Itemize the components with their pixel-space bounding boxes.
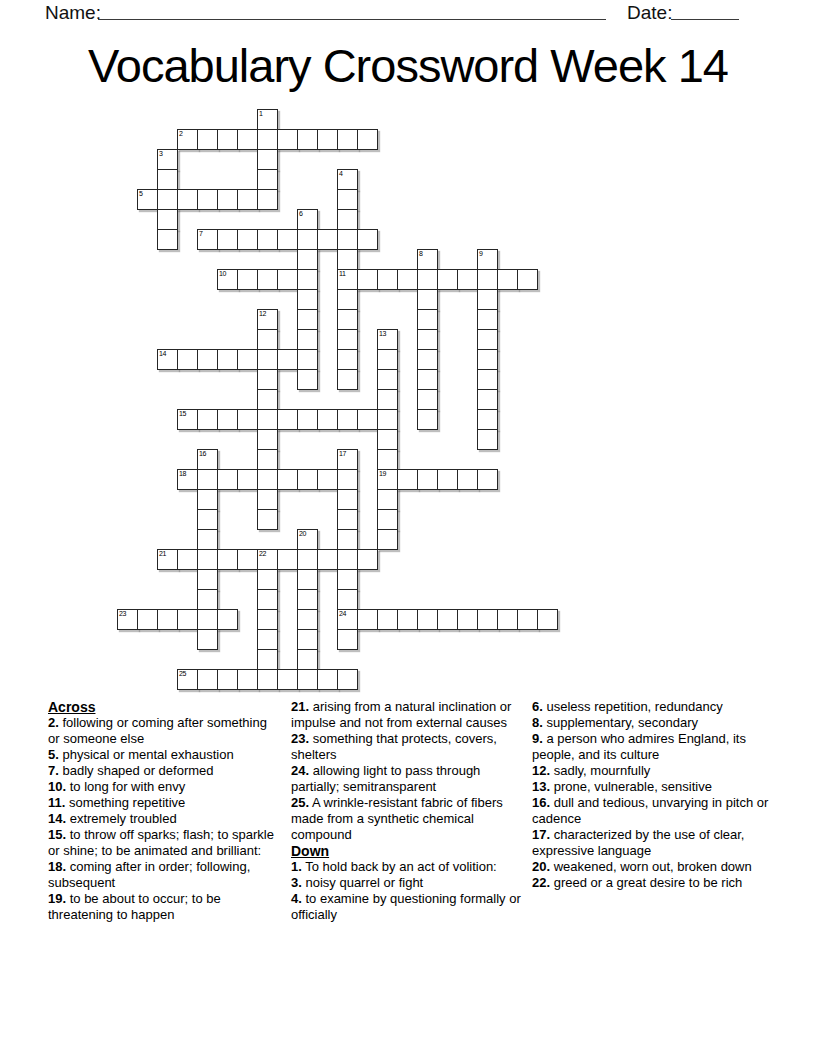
cell-r6-c10[interactable] [317,229,338,250]
clue-down-8-text: supplementary, secondary [543,715,698,730]
cell-r15-c6[interactable] [237,409,258,430]
cell-r13-c11[interactable] [337,369,358,390]
cell-r1-c9[interactable] [297,129,318,150]
cell-r26-c9[interactable] [297,629,318,650]
clue-across-11-text: something repetitive [65,795,185,810]
clue-down-3-text: noisy quarrel or fight [302,875,423,890]
cell-r18-c5[interactable] [217,469,238,490]
cell-r14-c18[interactable] [477,389,498,410]
cell-r7-c15[interactable]: 8 [417,249,438,270]
cell-r27-c9[interactable] [297,649,318,670]
cell-r28-c3[interactable]: 25 [177,669,198,690]
cell-r22-c9[interactable] [297,549,318,570]
cell-r6-c8[interactable] [277,229,298,250]
cell-r18-c7[interactable] [257,469,278,490]
cell-r25-c0[interactable]: 23 [117,609,138,630]
cell-r25-c4[interactable] [197,609,218,630]
clue-down-20: 20. weakened, worn out, broken down [532,859,772,875]
cell-r1-c11[interactable] [337,129,358,150]
clue-number-19: 19 [379,469,386,478]
clue-down-22-text: greed or a great desire to be rich [550,875,742,890]
clue-across-25-text: A wrinkle-resistant fabric of fibers mad… [291,795,503,842]
cell-r8-c13[interactable] [377,269,398,290]
cell-r20-c11[interactable] [337,509,358,530]
cell-r8-c17[interactable] [457,269,478,290]
cell-r14-c7[interactable] [257,389,278,410]
clue-across-7-number: 7. [48,763,59,778]
clue-down-4-number: 4. [291,891,302,906]
cell-r11-c11[interactable] [337,329,358,350]
clue-across-21-text: arising from a natural inclination or im… [291,699,511,730]
cell-r18-c9[interactable] [297,469,318,490]
clue-across-21-number: 21. [291,699,309,714]
cell-r23-c9[interactable] [297,569,318,590]
cell-r6-c6[interactable] [237,229,258,250]
cell-r25-c15[interactable] [417,609,438,630]
clue-number-7: 7 [199,229,203,238]
clue-across-18: 18. coming after in order; following, su… [48,859,278,891]
cell-r18-c4[interactable] [197,469,218,490]
clue-number-13: 13 [379,329,386,338]
clue-across-14: 14. extremely troubled [48,811,278,827]
cell-r9-c15[interactable] [417,289,438,310]
cell-r1-c12[interactable] [357,129,378,150]
cell-r18-c16[interactable] [437,469,458,490]
clue-number-20: 20 [299,529,306,538]
cell-r19-c13[interactable] [377,489,398,510]
cell-r8-c15[interactable] [417,269,438,290]
cell-r25-c1[interactable] [137,609,158,630]
cell-r17-c11[interactable]: 17 [337,449,358,470]
cell-r6-c5[interactable] [217,229,238,250]
cell-r0-c7[interactable]: 1 [257,109,278,130]
clue-across-11: 11. something repetitive [48,795,278,811]
cell-r3-c7[interactable] [257,169,278,190]
page-title: Vocabulary Crossword Week 14 [0,38,816,93]
cell-r21-c11[interactable] [337,529,358,550]
cell-r24-c7[interactable] [257,589,278,610]
clue-down-17-number: 17. [532,827,550,842]
cell-r7-c11[interactable] [337,249,358,270]
cell-r13-c9[interactable] [297,369,318,390]
cell-r9-c18[interactable] [477,289,498,310]
date-label: Date: [627,2,672,24]
cell-r16-c13[interactable] [377,429,398,450]
cell-r25-c11[interactable]: 24 [337,609,358,630]
cell-r28-c11[interactable] [337,669,358,690]
clue-across-24-number: 24. [291,763,309,778]
cell-r25-c19[interactable] [497,609,518,630]
cell-r22-c11[interactable] [337,549,358,570]
clue-across-19: 19. to be about to occur; to be threaten… [48,891,278,923]
cell-r1-c3[interactable]: 2 [177,129,198,150]
clue-number-5: 5 [139,189,143,198]
cell-r21-c13[interactable] [377,529,398,550]
clue-down-13: 13. prone, vulnerable, sensitive [532,779,772,795]
cell-r17-c13[interactable] [377,449,398,470]
cell-r12-c3[interactable] [177,349,198,370]
cell-r10-c15[interactable] [417,309,438,330]
cell-r15-c9[interactable] [297,409,318,430]
clue-across-14-number: 14. [48,811,66,826]
cell-r22-c5[interactable] [217,549,238,570]
cell-r8-c20[interactable] [517,269,538,290]
clue-down-13-text: prone, vulnerable, sensitive [550,779,712,794]
cell-r15-c18[interactable] [477,409,498,430]
clue-down-6-number: 6. [532,699,543,714]
cell-r4-c11[interactable] [337,189,358,210]
clue-down-12-text: sadly, mournfully [550,763,650,778]
cell-r11-c15[interactable] [417,329,438,350]
cell-r6-c7[interactable] [257,229,278,250]
clue-number-23: 23 [119,609,126,618]
cell-r15-c8[interactable] [277,409,298,430]
cell-r28-c5[interactable] [217,669,238,690]
clue-number-8: 8 [419,249,423,258]
cell-r19-c4[interactable] [197,489,218,510]
cell-r3-c2[interactable] [157,169,178,190]
cell-r9-c11[interactable] [337,289,358,310]
cell-r15-c5[interactable] [217,409,238,430]
clue-across-19-text: to be about to occur; to be threatening … [48,891,221,922]
clue-across-15-text: to throw off sparks; flash; to sparkle o… [48,827,274,858]
cell-r18-c11[interactable] [337,469,358,490]
cell-r18-c18[interactable] [477,469,498,490]
cell-r11-c18[interactable] [477,329,498,350]
cell-r6-c2[interactable] [157,229,178,250]
cell-r12-c15[interactable] [417,349,438,370]
cell-r23-c7[interactable] [257,569,278,590]
cell-r15-c15[interactable] [417,409,438,430]
cell-r13-c18[interactable] [477,369,498,390]
clue-down-6: 6. useless repetition, redundancy [532,699,772,715]
clue-down-13-number: 13. [532,779,550,794]
clue-across-2-text: following or coming after something or s… [48,715,267,746]
clue-number-3: 3 [159,149,163,158]
clue-down-1-text: To hold back by an act of volition: [302,859,497,874]
clue-across-15: 15. to throw off sparks; flash; to spark… [48,827,278,859]
clue-across-21: 21. arising from a natural inclination o… [291,699,527,731]
cell-r11-c13[interactable]: 13 [377,329,398,350]
cell-r1-c7[interactable] [257,129,278,150]
cell-r10-c9[interactable] [297,309,318,330]
clue-down-12-number: 12. [532,763,550,778]
cell-r25-c16[interactable] [437,609,458,630]
cell-r10-c18[interactable] [477,309,498,330]
cell-r25-c9[interactable] [297,609,318,630]
clue-down-9-text: a person who admires England, its people… [532,731,746,762]
clue-across-7-text: badly shaped or deformed [59,763,214,778]
cell-r26-c7[interactable] [257,629,278,650]
cell-r12-c7[interactable] [257,349,278,370]
cell-r20-c13[interactable] [377,509,398,530]
cell-r24-c11[interactable] [337,589,358,610]
cell-r7-c18[interactable]: 9 [477,249,498,270]
clue-down-4: 4. to examine by questioning formally or… [291,891,527,923]
cell-r4-c5[interactable] [217,189,238,210]
cell-r12-c11[interactable] [337,349,358,370]
cell-r8-c12[interactable] [357,269,378,290]
cell-r12-c6[interactable] [237,349,258,370]
cell-r18-c15[interactable] [417,469,438,490]
clue-across-24-text: allowing light to pass through partially… [291,763,480,794]
clue-across-10-number: 10. [48,779,66,794]
clue-across-5: 5. physical or mental exhaustion [48,747,278,763]
cell-r13-c13[interactable] [377,369,398,390]
clue-across-25-number: 25. [291,795,309,810]
cell-r15-c4[interactable] [197,409,218,430]
clue-down-17: 17. characterized by the use of clear, e… [532,827,772,859]
cell-r10-c11[interactable] [337,309,358,330]
cell-r5-c11[interactable] [337,209,358,230]
clue-down-1-number: 1. [291,859,302,874]
cell-r18-c3[interactable]: 18 [177,469,198,490]
cell-r25-c14[interactable] [397,609,418,630]
clue-across-23-text: something that protects, covers, shelter… [291,731,497,762]
cell-r12-c18[interactable] [477,349,498,370]
cell-r19-c7[interactable] [257,489,278,510]
clue-down-1: 1. To hold back by an act of volition: [291,859,527,875]
cell-r14-c13[interactable] [377,389,398,410]
clue-number-21: 21 [159,549,166,558]
cell-r4-c4[interactable] [197,189,218,210]
cell-r8-c14[interactable] [397,269,418,290]
cell-r28-c9[interactable] [297,669,318,690]
cell-r11-c7[interactable] [257,329,278,350]
clue-down-8: 8. supplementary, secondary [532,715,772,731]
cell-r6-c12[interactable] [357,229,378,250]
clue-number-11: 11 [339,269,346,278]
cell-r11-c9[interactable] [297,329,318,350]
cell-r25-c2[interactable] [157,609,178,630]
cell-r2-c7[interactable] [257,149,278,170]
cell-r22-c3[interactable] [177,549,198,570]
cell-r22-c4[interactable] [197,549,218,570]
cell-r19-c11[interactable] [337,489,358,510]
down-header: Down [291,843,527,859]
clue-number-18: 18 [179,469,186,478]
clue-number-2: 2 [179,129,183,138]
cell-r22-c2[interactable]: 21 [157,549,178,570]
cell-r14-c15[interactable] [417,389,438,410]
cell-r1-c10[interactable] [317,129,338,150]
clue-number-15: 15 [179,409,186,418]
clue-column-1: Across2. following or coming after somet… [48,699,278,923]
cell-r18-c14[interactable] [397,469,418,490]
cell-r25-c13[interactable] [377,609,398,630]
cell-r28-c6[interactable] [237,669,258,690]
clue-down-16-number: 16. [532,795,550,810]
cell-r8-c11[interactable]: 11 [337,269,358,290]
clue-down-8-number: 8. [532,715,543,730]
clue-across-23-number: 23. [291,731,309,746]
clue-number-14: 14 [159,349,166,358]
cell-r22-c8[interactable] [277,549,298,570]
cell-r17-c4[interactable]: 16 [197,449,218,470]
clue-down-3: 3. noisy quarrel or fight [291,875,527,891]
cell-r12-c8[interactable] [277,349,298,370]
clue-down-16: 16. dull and tedious, unvarying in pitch… [532,795,772,827]
clue-across-5-text: physical or mental exhaustion [59,747,234,762]
cell-r15-c13[interactable] [377,409,398,430]
cell-r3-c11[interactable]: 4 [337,169,358,190]
clue-down-9-number: 9. [532,731,543,746]
clue-number-16: 16 [199,449,206,458]
cell-r8-c5[interactable]: 10 [217,269,238,290]
clue-down-20-number: 20. [532,859,550,874]
clue-number-9: 9 [479,249,483,258]
clue-across-7: 7. badly shaped or deformed [48,763,278,779]
cell-r25-c7[interactable] [257,609,278,630]
clue-across-24: 24. allowing light to pass through parti… [291,763,527,795]
cell-r5-c9[interactable]: 6 [297,209,318,230]
cell-r4-c3[interactable] [177,189,198,210]
cell-r7-c9[interactable] [297,249,318,270]
clue-number-10: 10 [219,269,226,278]
cell-r24-c4[interactable] [197,589,218,610]
clue-across-11-number: 11. [48,795,65,810]
clue-number-22: 22 [259,549,266,558]
cell-r6-c4[interactable]: 7 [197,229,218,250]
cell-r15-c10[interactable] [317,409,338,430]
clue-number-1: 1 [259,109,263,118]
clue-number-12: 12 [259,309,266,318]
cell-r24-c9[interactable] [297,589,318,610]
cell-r26-c4[interactable] [197,629,218,650]
cell-r18-c8[interactable] [277,469,298,490]
worksheet-page: Name: Date: Vocabulary Crossword Week 14… [0,0,816,1056]
cell-r16-c18[interactable] [477,429,498,450]
cell-r20-c4[interactable] [197,509,218,530]
cell-r28-c8[interactable] [277,669,298,690]
cell-r4-c2[interactable] [157,189,178,210]
clue-across-2-number: 2. [48,715,59,730]
cell-r15-c3[interactable]: 15 [177,409,198,430]
cell-r27-c7[interactable] [257,649,278,670]
cell-r8-c6[interactable] [237,269,258,290]
date-blank-line[interactable] [671,2,739,20]
cell-r8-c19[interactable] [497,269,518,290]
clue-number-6: 6 [299,209,303,218]
cell-r12-c13[interactable] [377,349,398,370]
cell-r25-c18[interactable] [477,609,498,630]
cell-r22-c12[interactable] [357,549,378,570]
clue-down-3-number: 3. [291,875,302,890]
clue-across-18-text: coming after in order; following, subseq… [48,859,250,890]
cell-r8-c9[interactable] [297,269,318,290]
clue-across-10: 10. to long for with envy [48,779,278,795]
cell-r16-c7[interactable] [257,429,278,450]
cell-r6-c11[interactable] [337,229,358,250]
clue-down-22: 22. greed or a great desire to be rich [532,875,772,891]
cell-r21-c9[interactable]: 20 [297,529,318,550]
clue-across-25: 25. A wrinkle-resistant fabric of fibers… [291,795,527,843]
clue-across-18-number: 18. [48,859,66,874]
clue-column-2: 21. arising from a natural inclination o… [291,699,527,923]
cell-r22-c7[interactable]: 22 [257,549,278,570]
clue-down-20-text: weakened, worn out, broken down [550,859,752,874]
cell-r25-c3[interactable] [177,609,198,630]
cell-r13-c15[interactable] [417,369,438,390]
cell-r22-c10[interactable] [317,549,338,570]
cell-r28-c4[interactable] [197,669,218,690]
cell-r4-c7[interactable] [257,189,278,210]
cell-r28-c10[interactable] [317,669,338,690]
cell-r15-c11[interactable] [337,409,358,430]
cell-r8-c16[interactable] [437,269,458,290]
clue-number-17: 17 [339,449,346,458]
clue-across-19-number: 19. [48,891,66,906]
cell-r25-c21[interactable] [537,609,558,630]
cell-r2-c2[interactable]: 3 [157,149,178,170]
clue-number-4: 4 [339,169,343,178]
cell-r22-c6[interactable] [237,549,258,570]
cell-r21-c4[interactable] [197,529,218,550]
clue-across-23: 23. something that protects, covers, she… [291,731,527,763]
cell-r25-c12[interactable] [357,609,378,630]
name-blank-line[interactable] [98,2,606,20]
cell-r23-c11[interactable] [337,569,358,590]
clue-down-22-number: 22. [532,875,550,890]
clue-down-16-text: dull and tedious, unvarying in pitch or … [532,795,768,826]
cell-r1-c8[interactable] [277,129,298,150]
cell-r10-c7[interactable]: 12 [257,309,278,330]
cell-r9-c9[interactable] [297,289,318,310]
clue-across-14-text: extremely troubled [66,811,177,826]
crossword-grid: 1234567891011121314151617181920212223242… [117,109,559,691]
cell-r8-c7[interactable] [257,269,278,290]
cell-r12-c5[interactable] [217,349,238,370]
cell-r4-c6[interactable] [237,189,258,210]
clue-number-25: 25 [179,669,186,678]
cell-r18-c10[interactable] [317,469,338,490]
cell-r15-c12[interactable] [357,409,378,430]
cell-r15-c7[interactable] [257,409,278,430]
cell-r1-c5[interactable] [217,129,238,150]
cell-r4-c1[interactable]: 5 [137,189,158,210]
clue-down-6-text: useless repetition, redundancy [543,699,723,714]
cell-r13-c7[interactable] [257,369,278,390]
name-label: Name: [45,2,101,24]
clue-number-24: 24 [339,609,346,618]
cell-r25-c5[interactable] [217,609,238,630]
clue-across-2: 2. following or coming after something o… [48,715,278,747]
cell-r8-c8[interactable] [277,269,298,290]
cell-r1-c4[interactable] [197,129,218,150]
cell-r25-c20[interactable] [517,609,538,630]
cell-r1-c6[interactable] [237,129,258,150]
clue-across-10-text: to long for with envy [66,779,185,794]
cell-r12-c4[interactable] [197,349,218,370]
cell-r25-c17[interactable] [457,609,478,630]
cell-r20-c7[interactable] [257,509,278,530]
clue-across-5-number: 5. [48,747,59,762]
cell-r5-c2[interactable] [157,209,178,230]
across-header: Across [48,699,278,715]
cell-r18-c17[interactable] [457,469,478,490]
cell-r28-c7[interactable] [257,669,278,690]
cell-r17-c7[interactable] [257,449,278,470]
cell-r6-c9[interactable] [297,229,318,250]
clue-down-17-text: characterized by the use of clear, expre… [532,827,744,858]
cell-r18-c6[interactable] [237,469,258,490]
cell-r23-c4[interactable] [197,569,218,590]
cell-r12-c9[interactable] [297,349,318,370]
cell-r18-c13[interactable]: 19 [377,469,398,490]
cell-r12-c2[interactable]: 14 [157,349,178,370]
cell-r8-c18[interactable] [477,269,498,290]
cell-r26-c11[interactable] [337,629,358,650]
